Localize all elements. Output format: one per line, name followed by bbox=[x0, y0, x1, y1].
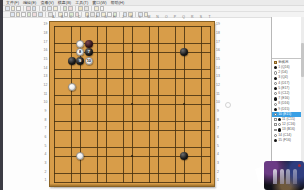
forward-1-icon[interactable] bbox=[27, 12, 32, 17]
coord-label-right: 16 bbox=[216, 50, 220, 53]
white-node-icon bbox=[274, 113, 277, 116]
coord-label-left: 14 bbox=[44, 67, 48, 70]
coord-label-right: 19 bbox=[216, 23, 220, 26]
save-icon[interactable] bbox=[16, 6, 21, 11]
back-1-icon[interactable] bbox=[21, 12, 26, 17]
forward-10-icon[interactable] bbox=[32, 12, 37, 17]
star-point-Q10 bbox=[183, 103, 185, 105]
redo-icon[interactable] bbox=[68, 6, 73, 11]
move-label: 2 (D4) bbox=[278, 71, 287, 74]
move-label: 13 (B16) bbox=[282, 128, 295, 131]
star-point-K10 bbox=[131, 103, 133, 105]
toolbar-separator bbox=[39, 6, 40, 11]
coord-label-left: 6 bbox=[45, 136, 47, 139]
white-stone-E15[interactable]: 10 bbox=[85, 57, 93, 65]
coord-label-top: N bbox=[156, 16, 158, 19]
star-point-K4 bbox=[131, 155, 133, 157]
webcam-blur-shape bbox=[286, 169, 290, 184]
coord-label-top: O bbox=[165, 16, 168, 19]
white-node-icon bbox=[278, 123, 281, 126]
white-node-icon bbox=[274, 134, 277, 137]
white-stone-D17[interactable] bbox=[76, 40, 84, 48]
black-node-icon bbox=[274, 108, 277, 111]
move-label: 新棋局 bbox=[278, 61, 288, 64]
scrollbar-thumb[interactable] bbox=[301, 43, 303, 77]
new-icon[interactable] bbox=[5, 6, 10, 11]
black-node-icon bbox=[274, 77, 277, 80]
move-number: 10 bbox=[87, 59, 91, 63]
move-label: 15 (F16) bbox=[278, 139, 291, 142]
to-end-icon[interactable] bbox=[38, 12, 43, 17]
black-node-icon bbox=[274, 66, 277, 69]
coord-label-right: 13 bbox=[216, 76, 220, 79]
undo-icon[interactable] bbox=[63, 6, 68, 11]
menu-item-3[interactable]: 棋盘(B) bbox=[58, 0, 71, 5]
coord-label-top: J bbox=[122, 16, 124, 19]
move-label: 8 (D16) bbox=[278, 102, 289, 105]
board-node-icon bbox=[274, 61, 277, 64]
zoom-icon[interactable] bbox=[94, 6, 99, 11]
menu-item-5[interactable]: 窗口(W) bbox=[92, 0, 106, 5]
coord-label-top: H bbox=[113, 16, 115, 19]
coord-label-left: 19 bbox=[44, 23, 48, 26]
toolbar-separator bbox=[60, 6, 61, 11]
menu-item-4[interactable]: 工具(T) bbox=[75, 0, 88, 5]
go-board[interactable]: 87910 bbox=[49, 21, 215, 187]
move-label: 12 (C16) bbox=[282, 123, 295, 126]
toolbar-separator bbox=[23, 6, 24, 11]
coord-label-top: L bbox=[139, 16, 141, 19]
move-number: 9 bbox=[79, 59, 81, 63]
coord-label-top: T bbox=[209, 16, 211, 19]
coord-label-top: A bbox=[52, 16, 54, 19]
webcam-blur-shape bbox=[280, 169, 284, 184]
coord-label-right: 9 bbox=[217, 110, 219, 113]
coord-label-top: G bbox=[104, 16, 107, 19]
black-node-icon bbox=[274, 87, 277, 90]
move-number: 7 bbox=[88, 50, 90, 54]
coord-label-left: 16 bbox=[44, 50, 48, 53]
webcam-blur-shape bbox=[293, 169, 297, 184]
coord-label-right: 6 bbox=[217, 136, 219, 139]
coord-label-right: 12 bbox=[216, 84, 220, 87]
coord-label-right: 8 bbox=[217, 119, 219, 122]
black-stone-E17[interactable] bbox=[85, 40, 93, 48]
coord-label-top: D bbox=[78, 16, 80, 19]
white-node-icon bbox=[274, 82, 277, 85]
tree-expander-icon[interactable] bbox=[274, 118, 277, 121]
star-point-K16 bbox=[131, 51, 133, 53]
coord-label-top: Q bbox=[182, 16, 185, 19]
coord-label-right: 17 bbox=[216, 41, 220, 44]
coord-label-left: 12 bbox=[44, 84, 48, 87]
coord-label-right: 4 bbox=[217, 154, 219, 157]
black-node-icon bbox=[278, 118, 281, 121]
move-label: 10 (E15) bbox=[278, 113, 291, 116]
move-label: 7 (E16) bbox=[278, 97, 289, 100]
coord-label-right: 3 bbox=[217, 162, 219, 165]
coord-label-top: B bbox=[61, 16, 63, 19]
coord-label-top: R bbox=[191, 16, 193, 19]
black-stone-Q4[interactable] bbox=[180, 152, 188, 160]
board-grid[interactable]: 87910 bbox=[54, 26, 211, 183]
coord-label-right: 1 bbox=[217, 180, 219, 183]
black-stone-Q16[interactable] bbox=[180, 48, 188, 56]
move-label: 3 (Q4) bbox=[278, 76, 288, 79]
move-label: 6 (C12) bbox=[278, 92, 289, 95]
star-point-D10 bbox=[79, 103, 81, 105]
record-dot-icon bbox=[298, 164, 301, 167]
to-start-icon[interactable] bbox=[10, 12, 15, 17]
move-node-15[interactable]: 15 (F16) bbox=[272, 138, 301, 143]
window-edge bbox=[0, 0, 3, 190]
open-icon[interactable] bbox=[11, 6, 16, 11]
move-tree-list: 新棋局1 (Q16)2 (D4)3 (Q4)4 (D17)5 (E17)6 (C… bbox=[272, 60, 301, 143]
coord-label-top: E bbox=[87, 16, 89, 19]
white-node-icon bbox=[274, 103, 277, 106]
coord-label-left: 11 bbox=[44, 93, 48, 96]
move-label: 11 (C15) bbox=[282, 118, 295, 121]
coord-label-top: C bbox=[70, 16, 72, 19]
black-node-icon bbox=[274, 97, 277, 100]
coord-label-left: 9 bbox=[45, 110, 47, 113]
coord-label-top: K bbox=[130, 16, 132, 19]
coord-label-right: 7 bbox=[217, 128, 219, 131]
coord-label-right: 11 bbox=[216, 93, 220, 96]
black-stone-D15[interactable]: 9 bbox=[76, 57, 84, 65]
coord-label-top: M bbox=[147, 16, 150, 19]
go-board-area: 87910 ABCDEFGHJKLMNOPQRST191918181717161… bbox=[43, 16, 221, 189]
print-preview-icon[interactable] bbox=[32, 6, 37, 11]
move-number: 8 bbox=[79, 50, 81, 54]
black-stone-C15[interactable] bbox=[68, 57, 76, 65]
white-stone-D16[interactable]: 8 bbox=[76, 48, 84, 56]
find-icon[interactable] bbox=[84, 6, 89, 11]
white-stone-D4[interactable] bbox=[76, 152, 84, 160]
coord-label-left: 3 bbox=[45, 162, 47, 165]
coord-label-top: S bbox=[200, 16, 202, 19]
coord-label-left: 5 bbox=[45, 145, 47, 148]
coord-label-left: 13 bbox=[44, 76, 48, 79]
move-label: 1 (Q16) bbox=[278, 66, 290, 69]
coord-label-left: 17 bbox=[44, 41, 48, 44]
coord-label-right: 5 bbox=[217, 145, 219, 148]
coord-label-left: 1 bbox=[45, 180, 47, 183]
coord-label-left: 15 bbox=[44, 58, 48, 61]
tree-expander-icon[interactable] bbox=[274, 123, 277, 126]
board-info-icon[interactable] bbox=[78, 6, 83, 11]
coord-label-right: 14 bbox=[216, 67, 220, 70]
options-icon[interactable] bbox=[100, 6, 105, 11]
black-stone-E16[interactable]: 7 bbox=[85, 48, 93, 56]
copy-icon[interactable] bbox=[47, 6, 52, 11]
sidebar-divider bbox=[272, 58, 304, 59]
move-label: 4 (D17) bbox=[278, 82, 289, 85]
white-node-icon bbox=[274, 92, 277, 95]
coord-label-right: 10 bbox=[216, 102, 220, 105]
coord-label-left: 4 bbox=[45, 154, 47, 157]
paste-icon[interactable] bbox=[53, 6, 58, 11]
cut-icon[interactable] bbox=[42, 6, 47, 11]
move-label: 9 (D15) bbox=[278, 108, 289, 111]
webcam-overlay bbox=[264, 161, 304, 190]
menu-item-1[interactable]: 编辑(E) bbox=[23, 0, 36, 5]
toolbar-separator bbox=[91, 6, 92, 11]
black-node-icon bbox=[274, 139, 277, 142]
coord-label-top: F bbox=[96, 16, 98, 19]
coord-label-left: 10 bbox=[44, 102, 48, 105]
coord-label-right: 15 bbox=[216, 58, 220, 61]
white-stone-C12[interactable] bbox=[68, 83, 76, 91]
black-node-icon bbox=[278, 128, 281, 131]
coord-label-top: P bbox=[174, 16, 176, 19]
cursor-artifact bbox=[225, 102, 231, 108]
white-node-icon bbox=[274, 71, 277, 74]
menu-item-0[interactable]: 文件(F) bbox=[6, 0, 19, 5]
menu-item-2[interactable]: 查看(V) bbox=[40, 0, 53, 5]
coord-label-left: 2 bbox=[45, 171, 47, 174]
print-icon[interactable] bbox=[26, 6, 31, 11]
coord-label-left: 7 bbox=[45, 128, 47, 131]
move-label: 5 (E17) bbox=[278, 87, 289, 90]
tree-expander-icon[interactable] bbox=[274, 129, 277, 132]
app-window: 文件(F)编辑(E)查看(V)棋盘(B)工具(T)窗口(W)帮助(H) 8791… bbox=[0, 0, 304, 190]
coord-label-left: 8 bbox=[45, 119, 47, 122]
move-label: 14 (C14) bbox=[278, 134, 291, 137]
coord-label-left: 18 bbox=[44, 32, 48, 35]
coord-label-right: 18 bbox=[216, 32, 220, 35]
menu-item-6[interactable]: 帮助(H) bbox=[111, 0, 125, 5]
webcam-blur-shape bbox=[273, 169, 277, 184]
toolbar-separator bbox=[75, 6, 76, 11]
coord-label-right: 2 bbox=[217, 171, 219, 174]
back-10-icon[interactable] bbox=[16, 12, 21, 17]
